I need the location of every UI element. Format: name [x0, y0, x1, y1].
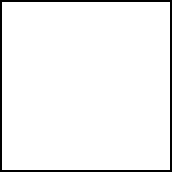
chess-board: [0, 0, 172, 172]
square-a8[interactable]: [2, 2, 23, 23]
